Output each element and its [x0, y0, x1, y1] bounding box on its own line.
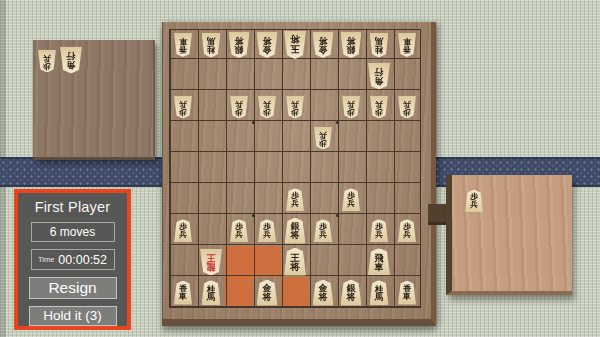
- piece-label: 香車: [403, 36, 411, 52]
- piece-label: 歩兵: [470, 193, 478, 209]
- piece-label: 銀将: [347, 35, 356, 53]
- piece-label: 歩兵: [375, 222, 383, 238]
- piece-king[interactable]: 玉将: [284, 31, 306, 59]
- piece-lance[interactable]: 香車: [398, 33, 416, 57]
- piece-label: 桂馬: [375, 36, 384, 53]
- piece-label: 歩兵: [235, 99, 243, 115]
- piece-label: 銀将: [235, 35, 244, 53]
- piece-pawn[interactable]: 歩兵: [370, 219, 388, 242]
- piece-label: 桂馬: [207, 36, 216, 53]
- piece-pawn[interactable]: 歩兵: [230, 219, 248, 242]
- piece-label: 歩兵: [291, 99, 299, 115]
- piece-label: 歩兵: [347, 191, 355, 207]
- piece-lance[interactable]: 香車: [174, 33, 192, 57]
- piece-pawn[interactable]: 歩兵: [314, 219, 332, 242]
- piece-label: 歩兵: [403, 222, 411, 238]
- piece-knight[interactable]: 桂馬: [202, 280, 221, 305]
- piece-silver[interactable]: 銀将: [341, 280, 362, 306]
- piece-label: 龍王: [207, 252, 216, 270]
- move-counter-label: 6 moves: [50, 225, 95, 239]
- piece-pawn[interactable]: 歩兵: [174, 95, 192, 118]
- piece-label: 香車: [403, 285, 411, 301]
- piece-label: 歩兵: [403, 99, 411, 115]
- piece-pawn[interactable]: 歩兵: [342, 95, 360, 118]
- piece-pawn[interactable]: 歩兵: [174, 219, 192, 242]
- piece-label: 香車: [179, 285, 187, 301]
- piece-pawn[interactable]: 歩兵: [286, 95, 304, 118]
- piece-label: 金将: [263, 284, 272, 302]
- player-panel: First Player 6 moves Time 00:00:52 Resig…: [14, 189, 131, 330]
- piece-label: 歩兵: [319, 222, 327, 238]
- move-counter: 6 moves: [31, 222, 115, 242]
- board-pieces-layer: 香車桂馬銀将金将玉将金将銀将桂馬香車角行歩兵歩兵歩兵歩兵歩兵歩兵歩兵歩兵龍王歩兵…: [169, 29, 421, 308]
- piece-label: 王将: [290, 253, 300, 272]
- shogi-game-scene: 歩兵角行 香車桂馬銀将金将玉将金将銀将桂馬香車角行歩兵歩兵歩兵歩兵歩兵歩兵歩兵歩…: [0, 0, 600, 337]
- piece-lance[interactable]: 香車: [174, 281, 192, 305]
- piece-knight[interactable]: 桂馬: [370, 32, 389, 57]
- piece-label: 歩兵: [291, 191, 299, 207]
- piece-gold[interactable]: 金将: [257, 280, 278, 306]
- piece-gold[interactable]: 金将: [257, 32, 278, 58]
- piece-label: 銀将: [291, 222, 300, 240]
- piece-label: 歩兵: [179, 222, 187, 238]
- piece-silver[interactable]: 銀将: [341, 32, 362, 58]
- piece-gold[interactable]: 金将: [313, 280, 334, 306]
- piece-pawn[interactable]: 歩兵: [398, 219, 416, 242]
- piece-label: 歩兵: [263, 99, 271, 115]
- piece-label: 歩兵: [235, 222, 243, 238]
- piece-lance[interactable]: 香車: [398, 281, 416, 305]
- gote-piece-stand: 歩兵角行: [33, 40, 155, 160]
- sente-piece-stand: 歩兵: [446, 175, 572, 295]
- piece-label: 金将: [319, 35, 328, 53]
- piece-king[interactable]: 王将: [284, 248, 306, 276]
- player-title: First Player: [35, 199, 111, 215]
- piece-label: 歩兵: [43, 53, 51, 69]
- piece-pawn[interactable]: 歩兵: [38, 50, 56, 73]
- piece-rook[interactable]: 飛車: [368, 248, 390, 275]
- piece-pawn[interactable]: 歩兵: [398, 95, 416, 118]
- piece-bishop[interactable]: 角行: [368, 62, 390, 89]
- piece-pawn[interactable]: 歩兵: [286, 188, 304, 211]
- piece-silver[interactable]: 銀将: [285, 218, 306, 244]
- time-label: Time: [38, 255, 54, 264]
- piece-label: 飛車: [375, 253, 384, 271]
- piece-label: 歩兵: [347, 99, 355, 115]
- piece-label: 金将: [319, 284, 328, 302]
- piece-knight[interactable]: 桂馬: [202, 32, 221, 57]
- piece-label: 金将: [263, 35, 272, 53]
- piece-pawn[interactable]: 歩兵: [230, 95, 248, 118]
- piece-label: 桂馬: [207, 284, 216, 301]
- piece-pawn[interactable]: 歩兵: [258, 95, 276, 118]
- time-display: Time 00:00:52: [31, 249, 115, 270]
- piece-label: 角行: [67, 50, 76, 68]
- piece-knight[interactable]: 桂馬: [370, 280, 389, 305]
- time-value: 00:00:52: [58, 253, 107, 267]
- piece-dragon[interactable]: 龍王: [200, 248, 222, 275]
- hold-button[interactable]: Hold it (3): [29, 306, 117, 326]
- piece-gold[interactable]: 金将: [313, 32, 334, 58]
- piece-bishop[interactable]: 角行: [60, 47, 82, 74]
- piece-label: 玉将: [290, 34, 300, 53]
- piece-label: 桂馬: [375, 284, 384, 301]
- piece-silver[interactable]: 銀将: [229, 32, 250, 58]
- piece-pawn[interactable]: 歩兵: [370, 95, 388, 118]
- piece-label: 香車: [179, 36, 187, 52]
- piece-label: 歩兵: [263, 222, 271, 238]
- piece-label: 歩兵: [375, 99, 383, 115]
- piece-label: 歩兵: [319, 130, 327, 146]
- piece-label: 銀将: [347, 284, 356, 302]
- piece-pawn[interactable]: 歩兵: [342, 188, 360, 211]
- piece-pawn[interactable]: 歩兵: [465, 190, 483, 213]
- piece-label: 歩兵: [179, 99, 187, 115]
- piece-label: 角行: [375, 66, 384, 84]
- resign-button[interactable]: Resign: [29, 277, 117, 299]
- piece-pawn[interactable]: 歩兵: [314, 126, 332, 149]
- piece-pawn[interactable]: 歩兵: [258, 219, 276, 242]
